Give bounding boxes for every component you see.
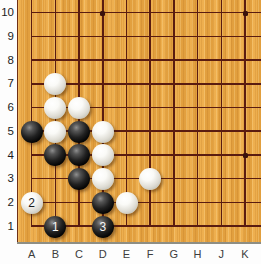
star-point-k10 — [243, 11, 248, 16]
row-label-7: 7 — [0, 72, 14, 96]
column-label-a: A — [20, 247, 44, 262]
stone-a2[interactable]: 2 — [21, 192, 43, 214]
row-label-2: 2 — [0, 191, 14, 215]
stone-b1[interactable]: 1 — [44, 216, 66, 238]
stone-d3[interactable] — [92, 168, 114, 190]
row-label-6: 6 — [0, 96, 14, 120]
star-point-k4 — [243, 153, 248, 158]
grid-lines-horizontal — [31, 12, 261, 227]
stone-d1[interactable]: 3 — [92, 216, 114, 238]
column-label-j: J — [209, 247, 233, 262]
star-point-d10 — [100, 11, 105, 16]
row-label-10: 10 — [0, 1, 14, 25]
column-label-e: E — [115, 247, 139, 262]
column-label-k: K — [233, 247, 257, 262]
column-label-b: B — [44, 247, 68, 262]
column-label-h: H — [186, 247, 210, 262]
row-label-1: 1 — [0, 215, 14, 239]
stone-d5[interactable] — [92, 121, 114, 143]
stone-a5[interactable] — [21, 121, 43, 143]
row-label-5: 5 — [0, 120, 14, 144]
column-label-f: F — [138, 247, 162, 262]
row-label-9: 9 — [0, 25, 14, 49]
row-label-8: 8 — [0, 49, 14, 73]
stone-c5[interactable] — [68, 121, 90, 143]
stone-c6[interactable] — [68, 97, 90, 119]
row-label-3: 3 — [0, 167, 14, 191]
column-label-g: G — [162, 247, 186, 262]
row-label-4: 4 — [0, 144, 14, 168]
go-diagram: 10987654321ABCDEFGHJK213 — [0, 0, 261, 264]
stone-d2[interactable] — [92, 192, 114, 214]
column-label-d: D — [91, 247, 115, 262]
stone-b5[interactable] — [44, 121, 66, 143]
stone-e2[interactable] — [116, 192, 138, 214]
column-label-c: C — [67, 247, 91, 262]
